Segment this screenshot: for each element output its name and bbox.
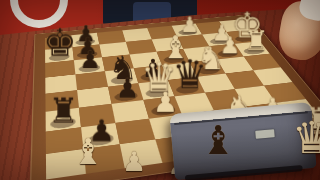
white-pawn-c5[interactable]: ♟ [142, 88, 189, 116]
clock-label [255, 129, 275, 139]
captured-white-bishop[interactable]: ♝ [72, 134, 104, 170]
captured-white-pawn-1[interactable]: ♟ [122, 148, 146, 175]
square-d6[interactable]: ♟ [108, 83, 143, 104]
square-d1[interactable] [253, 67, 292, 85]
photo-scene: ♟♟♚♟♟♚♟♝♟♜♞♟♞♟♛♛♜♟♟♞♟♟♜ ♝ ♟ ♟ ♝ ♛ [0, 0, 320, 180]
white-spare-queen[interactable]: ♛ [292, 116, 320, 160]
square-f7[interactable]: ♟ [74, 57, 105, 74]
clock-lid-seam [174, 111, 308, 125]
captured-black-bishop[interactable]: ♝ [200, 120, 236, 160]
